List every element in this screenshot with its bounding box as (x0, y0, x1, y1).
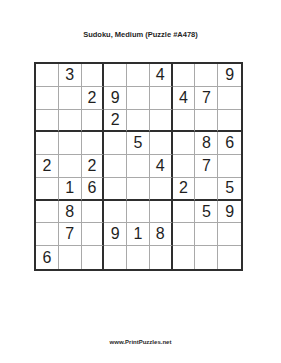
sudoku-cell-r5c7[interactable] (173, 155, 196, 178)
sudoku-cell-r5c1[interactable]: 2 (36, 155, 59, 178)
sudoku-cell-r7c7[interactable] (173, 201, 196, 224)
sudoku-cell-r3c6[interactable] (150, 110, 173, 133)
sudoku-cell-r3c3[interactable] (82, 110, 105, 133)
sudoku-cell-r8c7[interactable] (173, 223, 196, 246)
sudoku-cell-r2c5[interactable] (127, 87, 150, 110)
sudoku-cell-r4c5[interactable]: 5 (127, 132, 150, 155)
sudoku-cell-r8c9[interactable] (218, 223, 241, 246)
sudoku-cell-r1c7[interactable] (173, 64, 196, 87)
sudoku-cell-r6c7[interactable]: 2 (173, 178, 196, 201)
sudoku-cell-r7c3[interactable] (82, 201, 105, 224)
sudoku-cell-r1c6[interactable]: 4 (150, 64, 173, 87)
sudoku-cell-r9c5[interactable] (127, 246, 150, 269)
sudoku-cell-r3c2[interactable] (59, 110, 82, 133)
sudoku-cell-r8c3[interactable] (82, 223, 105, 246)
sudoku-cell-r7c2[interactable]: 8 (59, 201, 82, 224)
sudoku-cell-r2c1[interactable] (36, 87, 59, 110)
sudoku-cell-r6c8[interactable] (195, 178, 218, 201)
sudoku-cell-r1c5[interactable] (127, 64, 150, 87)
sudoku-cell-r1c2[interactable]: 3 (59, 64, 82, 87)
sudoku-cell-r9c8[interactable] (195, 246, 218, 269)
sudoku-cell-r2c8[interactable]: 7 (195, 87, 218, 110)
sudoku-cell-r3c5[interactable] (127, 110, 150, 133)
sudoku-cell-r7c9[interactable]: 9 (218, 201, 241, 224)
sudoku-cell-r1c9[interactable]: 9 (218, 64, 241, 87)
sudoku-cell-r5c2[interactable] (59, 155, 82, 178)
sudoku-cell-r8c2[interactable]: 7 (59, 223, 82, 246)
sudoku-cell-r7c5[interactable] (127, 201, 150, 224)
sudoku-cell-r6c4[interactable] (104, 178, 127, 201)
sudoku-cell-r2c3[interactable]: 2 (82, 87, 105, 110)
sudoku-cell-r6c3[interactable]: 6 (82, 178, 105, 201)
sudoku-cell-r1c4[interactable] (104, 64, 127, 87)
printable-page: Sudoku, Medium (Puzzle #A478) 3492947258… (0, 0, 281, 363)
sudoku-cell-r2c6[interactable] (150, 87, 173, 110)
sudoku-cell-r1c8[interactable] (195, 64, 218, 87)
sudoku-cell-r5c4[interactable] (104, 155, 127, 178)
sudoku-grid: 349294725862247162585979186 (34, 62, 243, 271)
sudoku-cell-r2c7[interactable]: 4 (173, 87, 196, 110)
sudoku-cell-r3c9[interactable] (218, 110, 241, 133)
sudoku-cell-r6c9[interactable]: 5 (218, 178, 241, 201)
sudoku-cell-r4c2[interactable] (59, 132, 82, 155)
sudoku-cell-r9c9[interactable] (218, 246, 241, 269)
sudoku-cell-r3c1[interactable] (36, 110, 59, 133)
sudoku-cell-r1c3[interactable] (82, 64, 105, 87)
sudoku-cell-r4c3[interactable] (82, 132, 105, 155)
sudoku-cell-r8c6[interactable]: 8 (150, 223, 173, 246)
sudoku-cell-r4c9[interactable]: 6 (218, 132, 241, 155)
sudoku-cell-r3c8[interactable] (195, 110, 218, 133)
sudoku-cell-r4c6[interactable] (150, 132, 173, 155)
sudoku-cell-r9c2[interactable] (59, 246, 82, 269)
sudoku-cell-r5c3[interactable]: 2 (82, 155, 105, 178)
sudoku-cell-r6c5[interactable] (127, 178, 150, 201)
sudoku-cell-r8c5[interactable]: 1 (127, 223, 150, 246)
sudoku-cell-r9c3[interactable] (82, 246, 105, 269)
sudoku-cell-r9c6[interactable] (150, 246, 173, 269)
sudoku-cell-r4c8[interactable]: 8 (195, 132, 218, 155)
sudoku-cell-r9c7[interactable] (173, 246, 196, 269)
sudoku-cell-r7c8[interactable]: 5 (195, 201, 218, 224)
sudoku-cell-r4c1[interactable] (36, 132, 59, 155)
sudoku-cell-r2c4[interactable]: 9 (104, 87, 127, 110)
sudoku-cell-r7c6[interactable] (150, 201, 173, 224)
sudoku-cell-r8c1[interactable] (36, 223, 59, 246)
sudoku-cell-r7c1[interactable] (36, 201, 59, 224)
sudoku-cell-r2c2[interactable] (59, 87, 82, 110)
sudoku-cell-r5c5[interactable] (127, 155, 150, 178)
sudoku-cell-r3c4[interactable]: 2 (104, 110, 127, 133)
sudoku-cell-r9c1[interactable]: 6 (36, 246, 59, 269)
sudoku-cell-r6c6[interactable] (150, 178, 173, 201)
sudoku-cell-r5c6[interactable]: 4 (150, 155, 173, 178)
sudoku-cell-r7c4[interactable] (104, 201, 127, 224)
sudoku-cell-r5c8[interactable]: 7 (195, 155, 218, 178)
sudoku-cell-r8c4[interactable]: 9 (104, 223, 127, 246)
sudoku-cell-r9c4[interactable] (104, 246, 127, 269)
sudoku-cell-r2c9[interactable] (218, 87, 241, 110)
sudoku-cell-r4c4[interactable] (104, 132, 127, 155)
sudoku-cell-r1c1[interactable] (36, 64, 59, 87)
footer-url: www.PrintPuzzles.net (0, 339, 281, 346)
sudoku-cell-r8c8[interactable] (195, 223, 218, 246)
sudoku-cell-r3c7[interactable] (173, 110, 196, 133)
sudoku-cell-r4c7[interactable] (173, 132, 196, 155)
sudoku-cell-r5c9[interactable] (218, 155, 241, 178)
sudoku-cell-r6c1[interactable] (36, 178, 59, 201)
sudoku-cell-r6c2[interactable]: 1 (59, 178, 82, 201)
puzzle-title: Sudoku, Medium (Puzzle #A478) (0, 30, 281, 39)
